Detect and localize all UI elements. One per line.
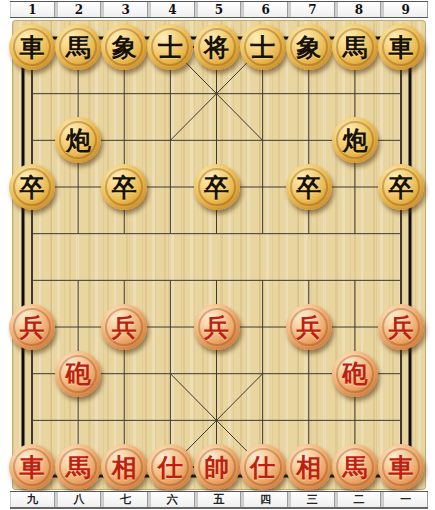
piece-glyph: 馬 — [66, 455, 91, 480]
piece-glyph: 相 — [296, 455, 321, 480]
piece-glyph: 仕 — [250, 455, 275, 480]
col-label-top-6: 6 — [243, 2, 288, 17]
piece-glyph: 炮 — [342, 128, 367, 153]
col-label-bottom-6: 四 — [243, 492, 288, 507]
black-soldier-piece[interactable]: 卒 — [9, 164, 55, 210]
piece-glyph: 卒 — [389, 175, 414, 200]
piece-glyph: 卒 — [112, 175, 137, 200]
xiangqi-board[interactable]: 車馬象士将士象馬車炮炮卒卒卒卒卒兵兵兵兵兵砲砲車馬相仕帥仕相馬車 — [12, 20, 426, 490]
piece-glyph: 将 — [204, 35, 229, 60]
black-soldier-piece[interactable]: 卒 — [194, 164, 240, 210]
col-label-top-4: 4 — [150, 2, 195, 17]
col-label-bottom-3: 七 — [103, 492, 148, 507]
piece-glyph: 兵 — [204, 315, 229, 340]
red-horse-piece[interactable]: 馬 — [332, 444, 378, 490]
black-soldier-piece[interactable]: 卒 — [101, 164, 147, 210]
black-general-piece[interactable]: 将 — [194, 24, 240, 70]
xiangqi-app: 123456789 車馬象士将士象馬車炮炮卒卒卒卒卒兵兵兵兵兵砲砲車馬相仕帥仕相… — [0, 0, 435, 510]
piece-glyph: 砲 — [66, 361, 91, 386]
red-soldier-piece[interactable]: 兵 — [101, 304, 147, 350]
col-label-top-3: 3 — [103, 2, 148, 17]
red-soldier-piece[interactable]: 兵 — [378, 304, 424, 350]
piece-glyph: 車 — [20, 35, 45, 60]
black-cannon-piece[interactable]: 炮 — [332, 117, 378, 163]
black-advisor-piece[interactable]: 士 — [240, 24, 286, 70]
piece-glyph: 帥 — [204, 455, 229, 480]
piece-glyph: 士 — [158, 35, 183, 60]
red-cannon-piece[interactable]: 砲 — [55, 351, 101, 397]
col-label-bottom-1: 九 — [10, 492, 55, 507]
piece-glyph: 仕 — [158, 455, 183, 480]
red-horse-piece[interactable]: 馬 — [55, 444, 101, 490]
red-chariot-piece[interactable]: 車 — [9, 444, 55, 490]
piece-glyph: 馬 — [342, 455, 367, 480]
piece-glyph: 士 — [250, 35, 275, 60]
col-label-top-5: 5 — [197, 2, 242, 17]
col-label-top-7: 7 — [290, 2, 335, 17]
black-chariot-piece[interactable]: 車 — [9, 24, 55, 70]
red-soldier-piece[interactable]: 兵 — [286, 304, 332, 350]
col-label-bottom-8: 二 — [337, 492, 382, 507]
black-horse-piece[interactable]: 馬 — [55, 24, 101, 70]
red-cannon-piece[interactable]: 砲 — [332, 351, 378, 397]
piece-glyph: 象 — [296, 35, 321, 60]
col-label-top-8: 8 — [337, 2, 382, 17]
piece-glyph: 馬 — [66, 35, 91, 60]
piece-glyph: 象 — [112, 35, 137, 60]
piece-glyph: 兵 — [20, 315, 45, 340]
piece-glyph: 兵 — [112, 315, 137, 340]
piece-glyph: 兵 — [296, 315, 321, 340]
black-soldier-piece[interactable]: 卒 — [286, 164, 332, 210]
piece-glyph: 車 — [20, 455, 45, 480]
piece-glyph: 砲 — [342, 361, 367, 386]
col-label-bottom-5: 五 — [197, 492, 242, 507]
col-label-top-2: 2 — [57, 2, 102, 17]
red-advisor-piece[interactable]: 仕 — [240, 444, 286, 490]
black-elephant-piece[interactable]: 象 — [101, 24, 147, 70]
piece-glyph: 卒 — [204, 175, 229, 200]
col-label-top-1: 1 — [10, 2, 55, 17]
black-chariot-piece[interactable]: 車 — [378, 24, 424, 70]
red-elephant-piece[interactable]: 相 — [286, 444, 332, 490]
piece-glyph: 馬 — [342, 35, 367, 60]
piece-glyph: 車 — [389, 455, 414, 480]
red-soldier-piece[interactable]: 兵 — [9, 304, 55, 350]
column-labels-top: 123456789 — [10, 1, 428, 18]
black-horse-piece[interactable]: 馬 — [332, 24, 378, 70]
piece-glyph: 卒 — [20, 175, 45, 200]
col-label-bottom-4: 六 — [150, 492, 195, 507]
red-chariot-piece[interactable]: 車 — [378, 444, 424, 490]
piece-glyph: 相 — [112, 455, 137, 480]
col-label-bottom-2: 八 — [57, 492, 102, 507]
col-label-bottom-7: 三 — [290, 492, 335, 507]
black-soldier-piece[interactable]: 卒 — [378, 164, 424, 210]
piece-glyph: 卒 — [296, 175, 321, 200]
black-elephant-piece[interactable]: 象 — [286, 24, 332, 70]
column-labels-bottom: 九八七六五四三二一 — [10, 491, 428, 509]
red-soldier-piece[interactable]: 兵 — [194, 304, 240, 350]
red-general-piece[interactable]: 帥 — [194, 444, 240, 490]
piece-glyph: 炮 — [66, 128, 91, 153]
piece-glyph: 兵 — [389, 315, 414, 340]
board-grid-lines — [12, 20, 426, 490]
red-elephant-piece[interactable]: 相 — [101, 444, 147, 490]
piece-glyph: 車 — [389, 35, 414, 60]
col-label-top-9: 9 — [383, 2, 428, 17]
col-label-bottom-9: 一 — [383, 492, 428, 507]
